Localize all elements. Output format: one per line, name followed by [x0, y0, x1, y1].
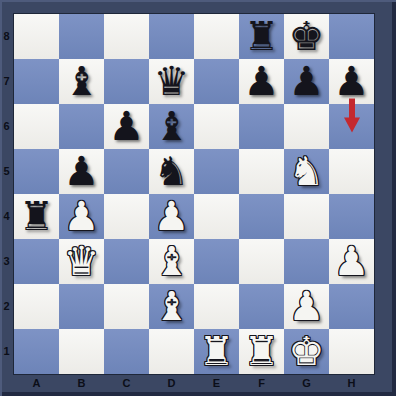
piece-white-bishop-d2[interactable]: ♝: [149, 284, 194, 329]
square-e5[interactable]: [194, 149, 239, 194]
piece-white-rook-e1[interactable]: ♜: [194, 329, 239, 374]
piece-black-queen-d7[interactable]: ♛: [149, 59, 194, 104]
square-h4[interactable]: [329, 194, 374, 239]
square-f3[interactable]: [239, 239, 284, 284]
square-c7[interactable]: [104, 59, 149, 104]
rank-label-8: 8: [0, 14, 13, 59]
square-d7[interactable]: ♛: [149, 59, 194, 104]
square-b1[interactable]: [59, 329, 104, 374]
square-h1[interactable]: [329, 329, 374, 374]
square-g7[interactable]: ♟: [284, 59, 329, 104]
square-e8[interactable]: [194, 14, 239, 59]
square-d6[interactable]: ♝: [149, 104, 194, 149]
rank-label-6: 6: [0, 104, 13, 149]
square-h6[interactable]: [329, 104, 374, 149]
rank-label-3: 3: [0, 239, 13, 284]
square-a4[interactable]: ♜: [14, 194, 59, 239]
square-b4[interactable]: ♟: [59, 194, 104, 239]
square-a7[interactable]: [14, 59, 59, 104]
piece-black-pawn-h7[interactable]: ♟: [329, 59, 374, 104]
square-e6[interactable]: [194, 104, 239, 149]
square-h2[interactable]: [329, 284, 374, 329]
square-f8[interactable]: ♜: [239, 14, 284, 59]
square-e2[interactable]: [194, 284, 239, 329]
piece-black-rook-a4[interactable]: ♜: [14, 194, 59, 239]
square-d4[interactable]: ♟: [149, 194, 194, 239]
square-b8[interactable]: [59, 14, 104, 59]
square-b3[interactable]: ♛: [59, 239, 104, 284]
square-c4[interactable]: [104, 194, 149, 239]
square-f7[interactable]: ♟: [239, 59, 284, 104]
piece-black-knight-d5[interactable]: ♞: [149, 149, 194, 194]
rank-label-5: 5: [0, 149, 13, 194]
square-b2[interactable]: [59, 284, 104, 329]
square-d3[interactable]: ♝: [149, 239, 194, 284]
square-d5[interactable]: ♞: [149, 149, 194, 194]
square-b5[interactable]: ♟: [59, 149, 104, 194]
square-e7[interactable]: [194, 59, 239, 104]
square-c5[interactable]: [104, 149, 149, 194]
piece-white-bishop-d3[interactable]: ♝: [149, 239, 194, 284]
piece-black-rook-f8[interactable]: ♜: [239, 14, 284, 59]
piece-white-king-g1[interactable]: ♚: [284, 329, 329, 374]
file-label-d: D: [149, 375, 194, 393]
square-a5[interactable]: [14, 149, 59, 194]
piece-black-pawn-g7[interactable]: ♟: [284, 59, 329, 104]
square-e4[interactable]: [194, 194, 239, 239]
square-h5[interactable]: [329, 149, 374, 194]
file-label-h: H: [329, 375, 374, 393]
square-g3[interactable]: [284, 239, 329, 284]
file-label-c: C: [104, 375, 149, 393]
square-h7[interactable]: ♟: [329, 59, 374, 104]
square-a6[interactable]: [14, 104, 59, 149]
square-g4[interactable]: [284, 194, 329, 239]
file-label-b: B: [59, 375, 104, 393]
square-f1[interactable]: ♜: [239, 329, 284, 374]
square-d1[interactable]: [149, 329, 194, 374]
rank-label-4: 4: [0, 194, 13, 239]
file-label-a: A: [14, 375, 59, 393]
rank-label-1: 1: [0, 329, 13, 374]
square-c3[interactable]: [104, 239, 149, 284]
square-a2[interactable]: [14, 284, 59, 329]
board-frame: ♜♚♝♛♟♟♟♟♝♟♞♞♜♟♟♛♝♟♝♟♜♜♚ 87654321 ABCDEFG…: [0, 0, 396, 396]
square-b6[interactable]: [59, 104, 104, 149]
square-e1[interactable]: ♜: [194, 329, 239, 374]
square-e3[interactable]: [194, 239, 239, 284]
square-f5[interactable]: [239, 149, 284, 194]
square-g8[interactable]: ♚: [284, 14, 329, 59]
square-g2[interactable]: ♟: [284, 284, 329, 329]
piece-white-knight-g5[interactable]: ♞: [284, 149, 329, 194]
piece-black-pawn-f7[interactable]: ♟: [239, 59, 284, 104]
chess-board: ♜♚♝♛♟♟♟♟♝♟♞♞♜♟♟♛♝♟♝♟♜♜♚: [13, 13, 375, 375]
piece-white-pawn-b4[interactable]: ♟: [59, 194, 104, 239]
square-f4[interactable]: [239, 194, 284, 239]
piece-black-pawn-b5[interactable]: ♟: [59, 149, 104, 194]
piece-white-pawn-h3[interactable]: ♟: [329, 239, 374, 284]
file-label-f: F: [239, 375, 284, 393]
piece-black-bishop-d6[interactable]: ♝: [149, 104, 194, 149]
rank-label-2: 2: [0, 284, 13, 329]
square-f2[interactable]: [239, 284, 284, 329]
square-g6[interactable]: [284, 104, 329, 149]
piece-white-pawn-d4[interactable]: ♟: [149, 194, 194, 239]
file-label-e: E: [194, 375, 239, 393]
square-c2[interactable]: [104, 284, 149, 329]
square-a1[interactable]: [14, 329, 59, 374]
square-f6[interactable]: [239, 104, 284, 149]
square-c6[interactable]: ♟: [104, 104, 149, 149]
piece-white-rook-f1[interactable]: ♜: [239, 329, 284, 374]
square-c1[interactable]: [104, 329, 149, 374]
file-label-g: G: [284, 375, 329, 393]
square-d8[interactable]: [149, 14, 194, 59]
square-d2[interactable]: ♝: [149, 284, 194, 329]
piece-black-king-g8[interactable]: ♚: [284, 14, 329, 59]
piece-black-bishop-b7[interactable]: ♝: [59, 59, 104, 104]
piece-black-pawn-c6[interactable]: ♟: [104, 104, 149, 149]
square-h8[interactable]: [329, 14, 374, 59]
square-g5[interactable]: ♞: [284, 149, 329, 194]
square-a8[interactable]: [14, 14, 59, 59]
square-g1[interactable]: ♚: [284, 329, 329, 374]
piece-white-queen-b3[interactable]: ♛: [59, 239, 104, 284]
square-a3[interactable]: [14, 239, 59, 284]
rank-label-7: 7: [0, 59, 13, 104]
square-b7[interactable]: ♝: [59, 59, 104, 104]
piece-white-pawn-g2[interactable]: ♟: [284, 284, 329, 329]
square-h3[interactable]: ♟: [329, 239, 374, 284]
square-c8[interactable]: [104, 14, 149, 59]
